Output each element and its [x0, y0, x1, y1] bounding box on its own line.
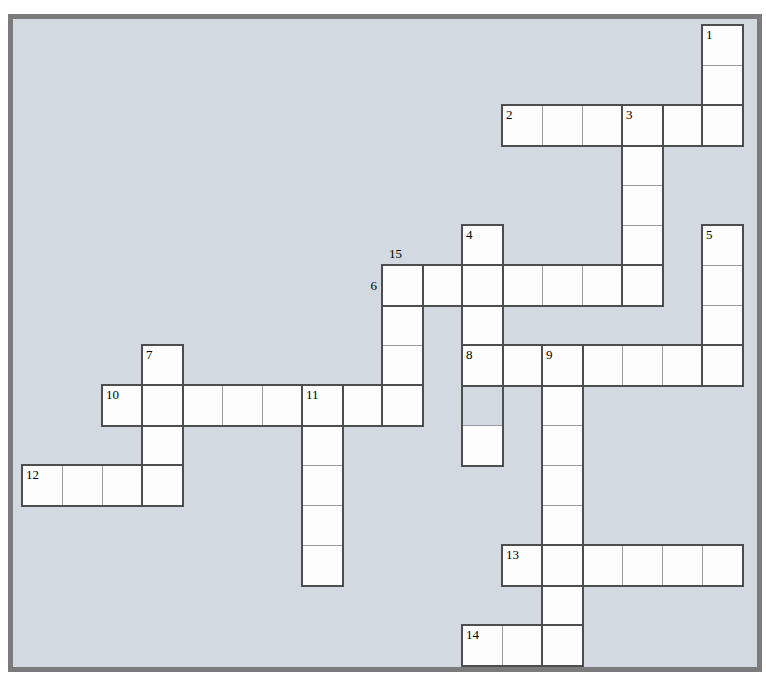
cell-r2c16[interactable]: [662, 105, 703, 146]
cell-r13c7[interactable]: [302, 545, 343, 586]
cell-r7c11[interactable]: [462, 305, 503, 346]
cell-r0c17[interactable]: [702, 25, 743, 66]
cell-r8c13[interactable]: [542, 345, 583, 386]
cell-r2c14[interactable]: [582, 105, 623, 146]
cell-r13c13[interactable]: [542, 545, 583, 586]
cell-r9c6[interactable]: [262, 385, 303, 426]
cell-r3c15[interactable]: [622, 145, 663, 186]
cell-r11c3[interactable]: [142, 465, 183, 506]
cell-r9c3[interactable]: [142, 385, 183, 426]
cell-r12c7[interactable]: [302, 505, 343, 546]
clue-number-6: 6: [353, 265, 377, 305]
cell-r13c15[interactable]: [622, 545, 663, 586]
cell-r15c13[interactable]: [542, 625, 583, 666]
cell-r11c7[interactable]: [302, 465, 343, 506]
cell-r15c11[interactable]: [462, 625, 503, 666]
cell-r2c17[interactable]: [702, 105, 743, 146]
cell-r6c10[interactable]: [422, 265, 463, 306]
cell-r6c12[interactable]: [502, 265, 543, 306]
cell-r8c11[interactable]: [462, 345, 503, 386]
cell-r9c9[interactable]: [382, 385, 423, 426]
cell-r4c15[interactable]: [622, 185, 663, 226]
cell-r9c2[interactable]: [102, 385, 143, 426]
cell-r1c17[interactable]: [702, 65, 743, 106]
cell-r9c4[interactable]: [182, 385, 223, 426]
cell-r11c0[interactable]: [22, 465, 63, 506]
cell-r7c17[interactable]: [702, 305, 743, 346]
cell-r2c13[interactable]: [542, 105, 583, 146]
cell-r5c17[interactable]: [702, 225, 743, 266]
cell-r10c11[interactable]: [462, 425, 503, 466]
cell-r8c3[interactable]: [142, 345, 183, 386]
cell-r13c14[interactable]: [582, 545, 623, 586]
cell-r2c15[interactable]: [622, 105, 663, 146]
cell-r9c13[interactable]: [542, 385, 583, 426]
cell-r8c17[interactable]: [702, 345, 743, 386]
cell-r11c13[interactable]: [542, 465, 583, 506]
cell-r9c8[interactable]: [342, 385, 383, 426]
cell-r6c13[interactable]: [542, 265, 583, 306]
cell-r13c16[interactable]: [662, 545, 703, 586]
cell-r15c12[interactable]: [502, 625, 543, 666]
cell-r6c17[interactable]: [702, 265, 743, 306]
cell-r10c13[interactable]: [542, 425, 583, 466]
cell-r8c16[interactable]: [662, 345, 703, 386]
cell-r5c15[interactable]: [622, 225, 663, 266]
cell-r10c7[interactable]: [302, 425, 343, 466]
cell-r14c13[interactable]: [542, 585, 583, 626]
clue-number-15: 15: [389, 246, 402, 263]
cell-r13c12[interactable]: [502, 545, 543, 586]
crossword-board: 123456789101112131415: [13, 19, 757, 667]
cell-r12c13[interactable]: [542, 505, 583, 546]
cell-r6c15[interactable]: [622, 265, 663, 306]
cell-r11c1[interactable]: [62, 465, 103, 506]
cell-r11c2[interactable]: [102, 465, 143, 506]
cell-r7c9[interactable]: [382, 305, 423, 346]
cell-r10c3[interactable]: [142, 425, 183, 466]
cell-r8c12[interactable]: [502, 345, 543, 386]
crossword-frame: 123456789101112131415: [8, 14, 762, 672]
cell-r5c11[interactable]: [462, 225, 503, 266]
cell-r8c15[interactable]: [622, 345, 663, 386]
cell-r8c14[interactable]: [582, 345, 623, 386]
cell-r9c7[interactable]: [302, 385, 343, 426]
cell-r9c5[interactable]: [222, 385, 263, 426]
cell-r13c17[interactable]: [702, 545, 743, 586]
cell-r6c9[interactable]: [382, 265, 423, 306]
cell-r6c11[interactable]: [462, 265, 503, 306]
cell-r2c12[interactable]: [502, 105, 543, 146]
cell-r6c14[interactable]: [582, 265, 623, 306]
cell-r8c9[interactable]: [382, 345, 423, 386]
